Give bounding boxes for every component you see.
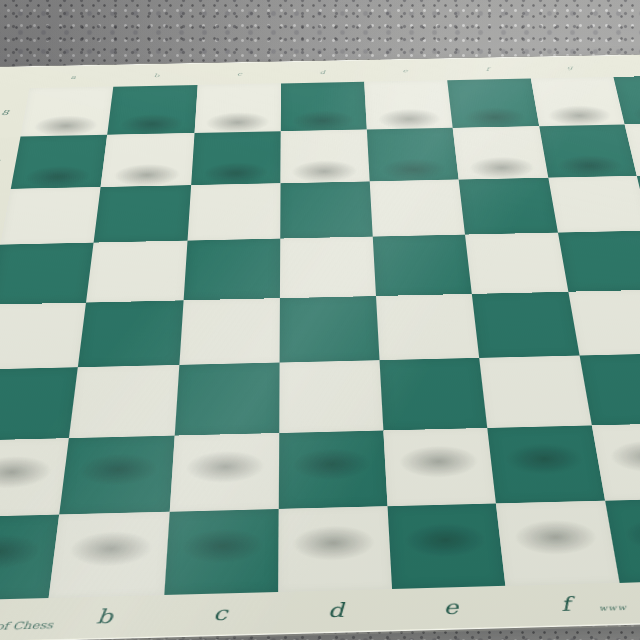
square-a7: ♟	[11, 135, 108, 189]
square-e5	[373, 234, 472, 296]
square-c7: ♟	[191, 131, 281, 184]
square-c5	[183, 238, 280, 300]
square-c1: ♝	[164, 509, 279, 595]
square-d7: ♟	[280, 130, 369, 183]
file-label-c: c	[162, 601, 278, 626]
square-g4	[568, 290, 640, 356]
file-label-e: e	[393, 595, 510, 620]
square-c6	[187, 183, 280, 240]
file-label-b: b	[45, 604, 163, 629]
black-pawn-glyph: ♟	[2, 60, 112, 182]
square-f5	[465, 232, 568, 293]
square-b7: ♟	[101, 133, 194, 187]
square-a6	[0, 187, 100, 245]
square-a5	[0, 242, 94, 304]
chessboard-mat: ♜♞♝♛♚♝♞♜♟♟♟♟♟♟♟♟♟♟♟♟♟♟♟♟♜♞♝♛♚♝♞♜ abcdefg…	[0, 53, 640, 640]
square-a1: ♜	[0, 514, 60, 601]
square-b5	[86, 240, 187, 302]
square-d6	[280, 181, 373, 238]
square-d5	[280, 236, 376, 298]
square-e6	[370, 179, 466, 236]
white-rook-glyph: ♜	[0, 425, 58, 560]
square-b4	[78, 300, 183, 367]
file-label-d: d	[278, 598, 394, 623]
chessboard: ♜♞♝♛♚♝♞♜♟♟♟♟♟♟♟♟♟♟♟♟♟♟♟♟♜♞♝♛♚♝♞♜	[0, 75, 640, 601]
square-f6	[459, 177, 558, 234]
square-e7: ♟	[367, 128, 459, 181]
square-g6	[548, 176, 640, 233]
white-knight-glyph: ♞	[41, 404, 179, 558]
square-b6	[94, 185, 191, 243]
square-b1: ♞	[49, 512, 169, 598]
scene: ♜♞♝♛♚♝♞♜♟♟♟♟♟♟♟♟♟♟♟♟♟♟♟♟♜♞♝♛♚♝♞♜ abcdefg…	[0, 0, 640, 640]
square-a4	[0, 303, 86, 370]
square-g5	[557, 230, 640, 291]
brand-text: of Chess	[0, 619, 54, 633]
photo-frame: ♜♞♝♛♚♝♞♜♟♟♟♟♟♟♟♟♟♟♟♟♟♟♟♟♜♞♝♛♚♝♞♜ abcdefg…	[0, 0, 640, 640]
